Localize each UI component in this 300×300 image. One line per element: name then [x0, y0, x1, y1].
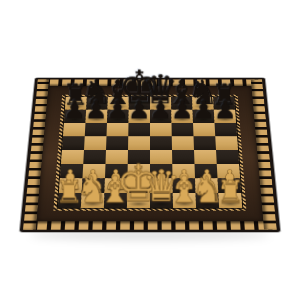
square-b5 — [84, 136, 106, 150]
square-a4 — [61, 150, 84, 164]
square-f5 — [172, 136, 194, 150]
square-c5 — [106, 136, 128, 150]
square-g4 — [194, 150, 217, 164]
square-d5 — [128, 136, 150, 150]
black-pawn: ♟ — [204, 98, 247, 123]
square-e5 — [150, 136, 172, 150]
board-grid: ♜♞♝♚♛♝♞♜♟♟♟♟♟♟♟♟♟♟♟♟♟♟♟♟♜♞♝♚♛♝♞♜ — [58, 97, 242, 208]
square-h1: ♜ — [218, 193, 242, 208]
square-a5 — [62, 136, 85, 150]
photo-background: ♜♞♝♚♛♝♞♜♟♟♟♟♟♟♟♟♟♟♟♟♟♟♟♟♜♞♝♚♛♝♞♜ — [0, 0, 300, 300]
square-h5 — [215, 136, 238, 150]
square-b4 — [83, 150, 106, 164]
chessboard: ♜♞♝♚♛♝♞♜♟♟♟♟♟♟♟♟♟♟♟♟♟♟♟♟♜♞♝♚♛♝♞♜ — [20, 78, 280, 232]
white-rook: ♜ — [208, 177, 254, 208]
square-h7: ♟ — [214, 110, 236, 123]
square-h4 — [216, 150, 239, 164]
square-g5 — [194, 136, 216, 150]
carved-molding-front — [23, 221, 277, 230]
